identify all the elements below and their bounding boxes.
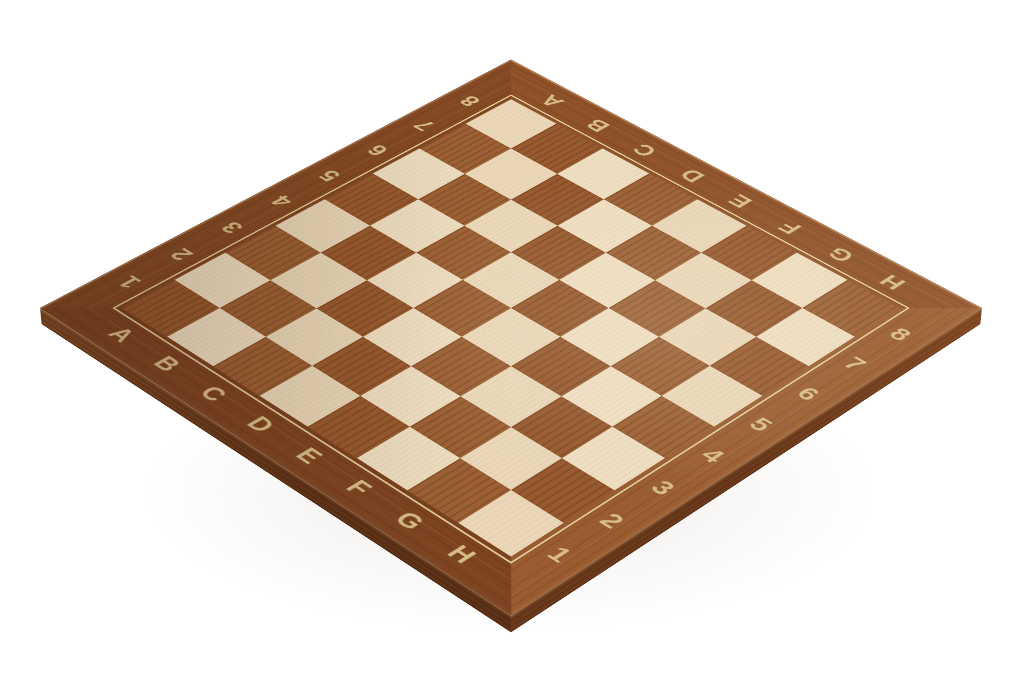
chess-board: AABBCCDDEEFFGGHH8877665544332211 xyxy=(40,60,982,616)
playing-field xyxy=(122,99,900,556)
product-photo-stage: AABBCCDDEEFFGGHH8877665544332211 xyxy=(0,0,1024,683)
board-scene: AABBCCDDEEFFGGHH8877665544332211 xyxy=(178,0,844,641)
